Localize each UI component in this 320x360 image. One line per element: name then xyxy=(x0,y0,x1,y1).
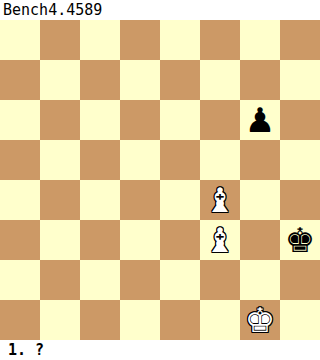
square-f5[interactable] xyxy=(200,140,240,180)
square-g5[interactable] xyxy=(240,140,280,180)
square-f7[interactable] xyxy=(200,60,240,100)
square-b6[interactable] xyxy=(40,100,80,140)
square-a7[interactable] xyxy=(0,60,40,100)
black-king: ♚ xyxy=(285,220,315,260)
square-e6[interactable] xyxy=(160,100,200,140)
square-g4[interactable] xyxy=(240,180,280,220)
square-a6[interactable] xyxy=(0,100,40,140)
square-e8[interactable] xyxy=(160,20,200,60)
square-d8[interactable] xyxy=(120,20,160,60)
square-h8[interactable] xyxy=(280,20,320,60)
square-c5[interactable] xyxy=(80,140,120,180)
square-d4[interactable] xyxy=(120,180,160,220)
square-b8[interactable] xyxy=(40,20,80,60)
square-d2[interactable] xyxy=(120,260,160,300)
square-a8[interactable] xyxy=(0,20,40,60)
square-b1[interactable] xyxy=(40,300,80,340)
chess-board: ♟♝♝♚♚ xyxy=(0,20,320,340)
square-d7[interactable] xyxy=(120,60,160,100)
square-d1[interactable] xyxy=(120,300,160,340)
square-f6[interactable] xyxy=(200,100,240,140)
move-prompt: 1. ? xyxy=(0,340,320,360)
square-e2[interactable] xyxy=(160,260,200,300)
square-f4[interactable]: ♝ xyxy=(200,180,240,220)
chess-app-window: Bench4.4589 ♟♝♝♚♚ 1. ? xyxy=(0,0,320,360)
square-e7[interactable] xyxy=(160,60,200,100)
white-bishop: ♝ xyxy=(205,180,235,220)
square-b2[interactable] xyxy=(40,260,80,300)
square-h5[interactable] xyxy=(280,140,320,180)
square-f1[interactable] xyxy=(200,300,240,340)
square-g3[interactable] xyxy=(240,220,280,260)
square-d6[interactable] xyxy=(120,100,160,140)
white-king: ♚ xyxy=(245,300,275,340)
square-a1[interactable] xyxy=(0,300,40,340)
square-c6[interactable] xyxy=(80,100,120,140)
square-b7[interactable] xyxy=(40,60,80,100)
square-d5[interactable] xyxy=(120,140,160,180)
square-a5[interactable] xyxy=(0,140,40,180)
square-g6[interactable]: ♟ xyxy=(240,100,280,140)
square-c1[interactable] xyxy=(80,300,120,340)
square-c4[interactable] xyxy=(80,180,120,220)
square-c8[interactable] xyxy=(80,20,120,60)
square-c7[interactable] xyxy=(80,60,120,100)
square-e1[interactable] xyxy=(160,300,200,340)
black-pawn: ♟ xyxy=(245,100,275,140)
square-c3[interactable] xyxy=(80,220,120,260)
white-bishop: ♝ xyxy=(205,220,235,260)
square-b3[interactable] xyxy=(40,220,80,260)
square-g8[interactable] xyxy=(240,20,280,60)
square-h7[interactable] xyxy=(280,60,320,100)
square-d3[interactable] xyxy=(120,220,160,260)
square-a3[interactable] xyxy=(0,220,40,260)
square-h4[interactable] xyxy=(280,180,320,220)
square-g2[interactable] xyxy=(240,260,280,300)
square-h1[interactable] xyxy=(280,300,320,340)
square-b4[interactable] xyxy=(40,180,80,220)
square-e5[interactable] xyxy=(160,140,200,180)
square-h3[interactable]: ♚ xyxy=(280,220,320,260)
square-f2[interactable] xyxy=(200,260,240,300)
square-b5[interactable] xyxy=(40,140,80,180)
square-h6[interactable] xyxy=(280,100,320,140)
square-c2[interactable] xyxy=(80,260,120,300)
square-a4[interactable] xyxy=(0,180,40,220)
square-e3[interactable] xyxy=(160,220,200,260)
window-title: Bench4.4589 xyxy=(0,0,320,20)
square-g1[interactable]: ♚ xyxy=(240,300,280,340)
square-f8[interactable] xyxy=(200,20,240,60)
square-g7[interactable] xyxy=(240,60,280,100)
square-a2[interactable] xyxy=(0,260,40,300)
square-e4[interactable] xyxy=(160,180,200,220)
square-h2[interactable] xyxy=(280,260,320,300)
square-f3[interactable]: ♝ xyxy=(200,220,240,260)
